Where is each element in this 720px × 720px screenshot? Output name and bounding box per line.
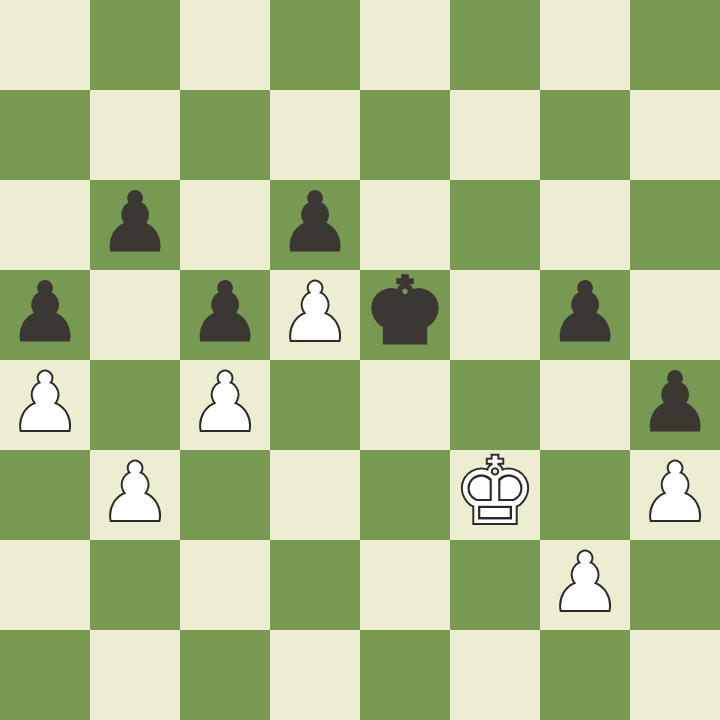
square-d2[interactable] (270, 540, 360, 630)
square-e3[interactable] (360, 450, 450, 540)
square-g7[interactable] (540, 90, 630, 180)
square-d4[interactable] (270, 360, 360, 450)
white-pawn[interactable]: ♟ (279, 273, 351, 353)
square-b1[interactable] (90, 630, 180, 720)
square-b6[interactable]: ♟ (90, 180, 180, 270)
square-f2[interactable] (450, 540, 540, 630)
square-a6[interactable] (0, 180, 90, 270)
black-pawn[interactable]: ♟ (189, 273, 261, 353)
square-g2[interactable]: ♟ (540, 540, 630, 630)
square-d3[interactable] (270, 450, 360, 540)
square-g3[interactable] (540, 450, 630, 540)
white-pawn[interactable]: ♟ (99, 453, 171, 533)
square-a1[interactable] (0, 630, 90, 720)
square-b4[interactable] (90, 360, 180, 450)
square-a2[interactable] (0, 540, 90, 630)
square-h4[interactable]: ♟ (630, 360, 720, 450)
chess-board: ♟♟♟♟♟♚♟♟♟♟♟♚♟♟ (0, 0, 720, 720)
black-pawn[interactable]: ♟ (9, 273, 81, 353)
square-e6[interactable] (360, 180, 450, 270)
square-d7[interactable] (270, 90, 360, 180)
square-d8[interactable] (270, 0, 360, 90)
square-a4[interactable]: ♟ (0, 360, 90, 450)
white-pawn[interactable]: ♟ (9, 363, 81, 443)
square-c4[interactable]: ♟ (180, 360, 270, 450)
square-f8[interactable] (450, 0, 540, 90)
square-b3[interactable]: ♟ (90, 450, 180, 540)
square-g1[interactable] (540, 630, 630, 720)
square-c7[interactable] (180, 90, 270, 180)
square-h7[interactable] (630, 90, 720, 180)
square-f5[interactable] (450, 270, 540, 360)
square-b7[interactable] (90, 90, 180, 180)
square-f6[interactable] (450, 180, 540, 270)
square-d6[interactable]: ♟ (270, 180, 360, 270)
square-c3[interactable] (180, 450, 270, 540)
square-e1[interactable] (360, 630, 450, 720)
square-h8[interactable] (630, 0, 720, 90)
square-h2[interactable] (630, 540, 720, 630)
square-g8[interactable] (540, 0, 630, 90)
black-pawn[interactable]: ♟ (549, 273, 621, 353)
square-a3[interactable] (0, 450, 90, 540)
square-a7[interactable] (0, 90, 90, 180)
square-d1[interactable] (270, 630, 360, 720)
square-e8[interactable] (360, 0, 450, 90)
square-h6[interactable] (630, 180, 720, 270)
square-f1[interactable] (450, 630, 540, 720)
black-pawn[interactable]: ♟ (639, 363, 711, 443)
square-f7[interactable] (450, 90, 540, 180)
square-g4[interactable] (540, 360, 630, 450)
square-b5[interactable] (90, 270, 180, 360)
square-g6[interactable] (540, 180, 630, 270)
square-f3[interactable]: ♚ (450, 450, 540, 540)
square-h5[interactable] (630, 270, 720, 360)
square-e2[interactable] (360, 540, 450, 630)
square-d5[interactable]: ♟ (270, 270, 360, 360)
square-h3[interactable]: ♟ (630, 450, 720, 540)
square-a8[interactable] (0, 0, 90, 90)
square-c8[interactable] (180, 0, 270, 90)
square-c1[interactable] (180, 630, 270, 720)
white-pawn[interactable]: ♟ (549, 543, 621, 623)
square-b2[interactable] (90, 540, 180, 630)
black-pawn[interactable]: ♟ (99, 183, 171, 263)
black-king[interactable]: ♚ (364, 266, 446, 358)
square-b8[interactable] (90, 0, 180, 90)
white-pawn[interactable]: ♟ (639, 453, 711, 533)
square-a5[interactable]: ♟ (0, 270, 90, 360)
square-h1[interactable] (630, 630, 720, 720)
square-e7[interactable] (360, 90, 450, 180)
square-c2[interactable] (180, 540, 270, 630)
black-pawn[interactable]: ♟ (279, 183, 351, 263)
white-king[interactable]: ♚ (454, 446, 536, 538)
white-pawn[interactable]: ♟ (189, 363, 261, 443)
square-c5[interactable]: ♟ (180, 270, 270, 360)
square-c6[interactable] (180, 180, 270, 270)
square-e4[interactable] (360, 360, 450, 450)
square-e5[interactable]: ♚ (360, 270, 450, 360)
square-g5[interactable]: ♟ (540, 270, 630, 360)
square-f4[interactable] (450, 360, 540, 450)
